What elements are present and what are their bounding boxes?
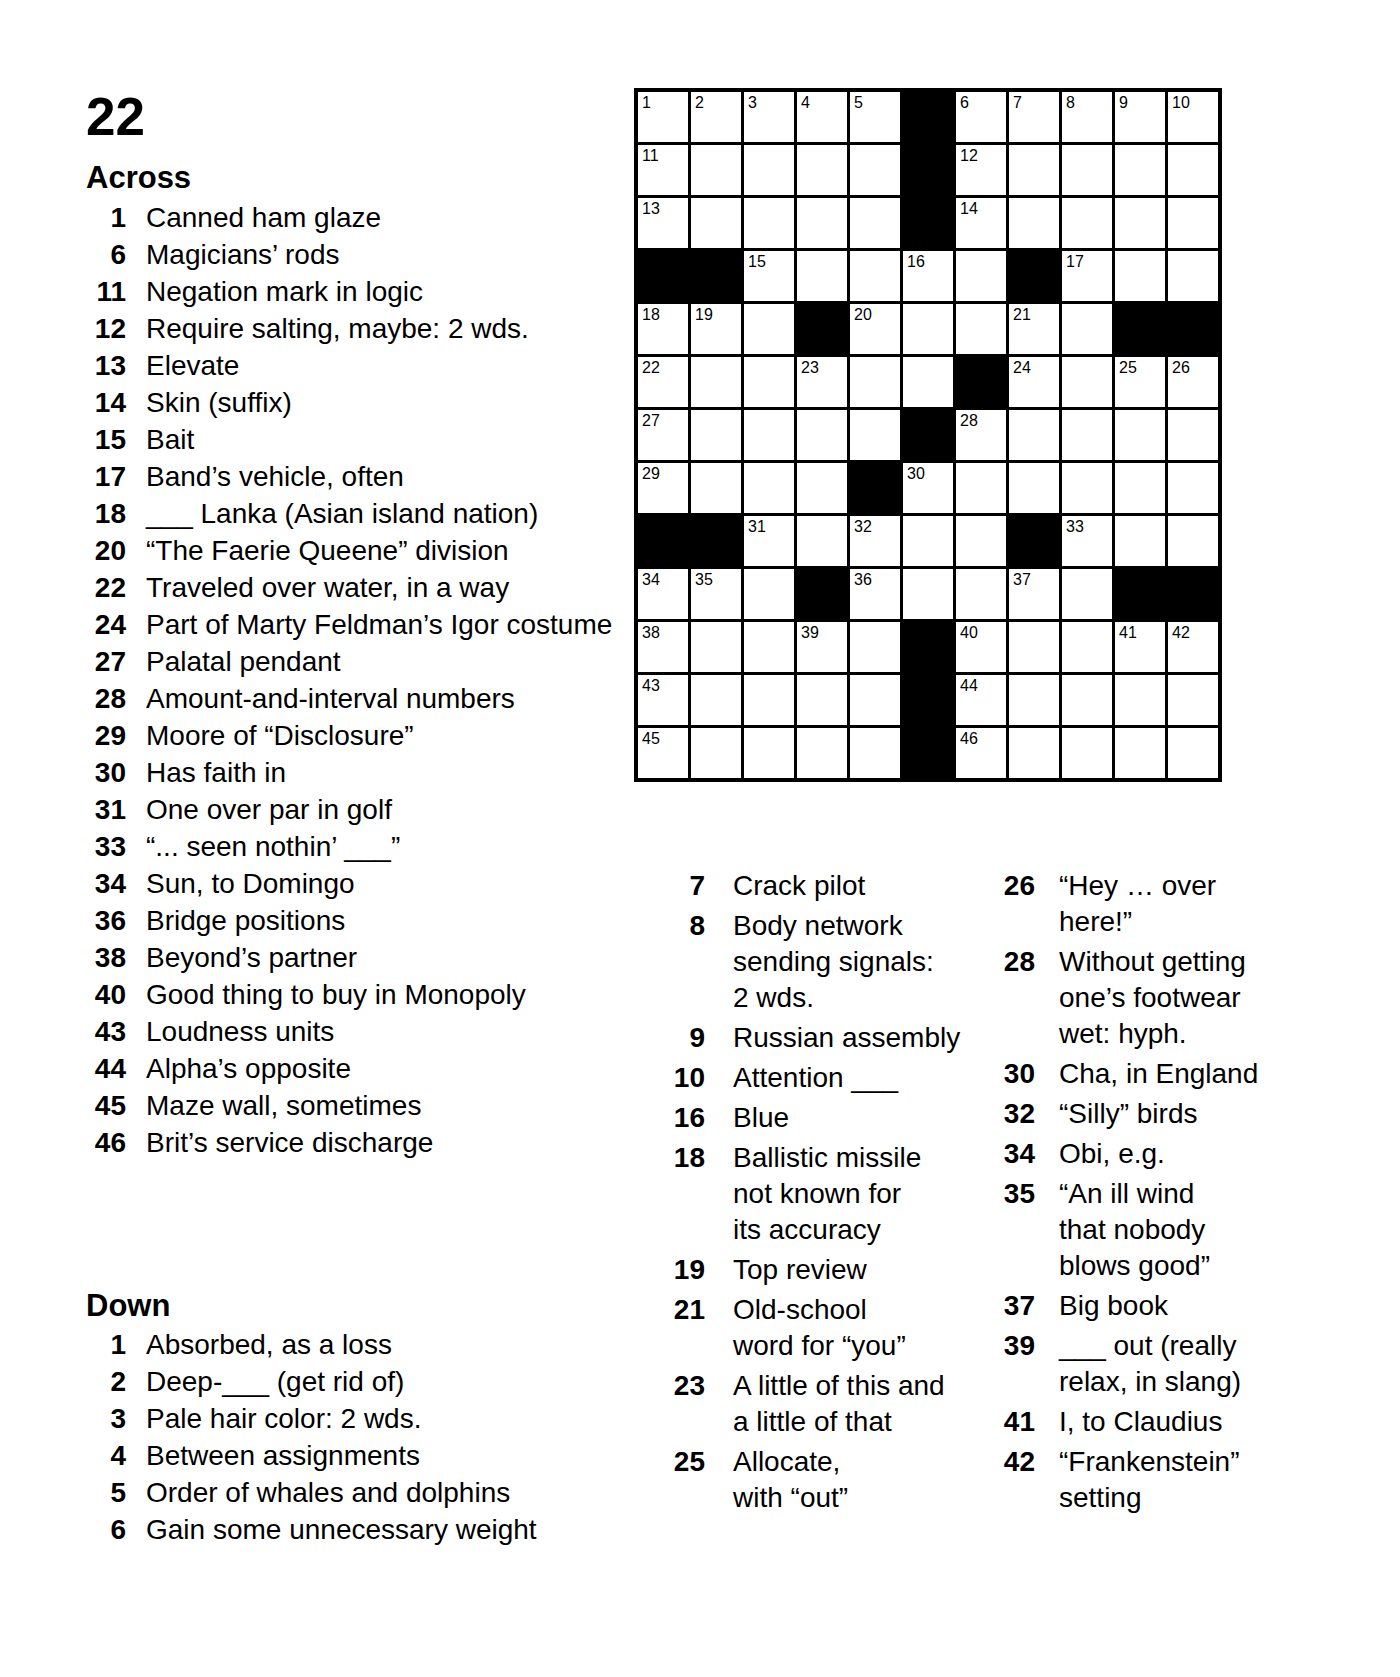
down-clue-18: 18Ballistic missile not known for its ac… xyxy=(655,1140,973,1248)
clue-number: 27 xyxy=(86,643,126,680)
clue-number: 46 xyxy=(86,1124,126,1161)
down-clue-25: 25Allocate, with “out” xyxy=(655,1444,973,1516)
letter-cell[interactable] xyxy=(691,463,741,513)
clue-text: Body network sending signals: 2 wds. xyxy=(733,908,973,1016)
clue-text: Maze wall, sometimes xyxy=(146,1087,421,1124)
cell-number: 2 xyxy=(695,94,704,112)
letter-cell[interactable] xyxy=(691,675,741,725)
clue-text: Big book xyxy=(1059,1288,1304,1324)
clue-text: One over par in golf xyxy=(146,791,392,828)
cell-number: 24 xyxy=(1013,359,1031,377)
cell-number: 45 xyxy=(642,730,660,748)
cell-number: 11 xyxy=(642,147,659,165)
letter-cell[interactable]: 23 xyxy=(797,357,847,407)
down-clue-9: 9Russian assembly xyxy=(655,1020,973,1056)
clue-text: Bait xyxy=(146,421,194,458)
letter-cell[interactable]: 8 xyxy=(1062,92,1112,142)
letter-cell[interactable] xyxy=(956,251,1006,301)
letter-cell[interactable] xyxy=(744,569,794,619)
clue-text: “An ill wind that nobody blows good” xyxy=(1059,1176,1304,1284)
letter-cell[interactable] xyxy=(1115,675,1165,725)
letter-cell[interactable] xyxy=(1062,357,1112,407)
letter-cell[interactable] xyxy=(744,304,794,354)
letter-cell[interactable]: 25 xyxy=(1115,357,1165,407)
cell-number: 6 xyxy=(960,94,969,112)
letter-cell[interactable]: 10 xyxy=(1168,92,1218,142)
letter-cell[interactable] xyxy=(1115,251,1165,301)
clue-number: 18 xyxy=(655,1140,705,1176)
letter-cell[interactable]: 38 xyxy=(638,622,688,672)
letter-cell[interactable] xyxy=(956,304,1006,354)
block-cell xyxy=(903,145,953,195)
across-header: Across xyxy=(86,160,191,196)
letter-cell[interactable]: 42 xyxy=(1168,622,1218,672)
clue-number: 30 xyxy=(973,1056,1035,1092)
clue-number: 11 xyxy=(86,273,126,310)
letter-cell[interactable] xyxy=(691,357,741,407)
clue-number: 41 xyxy=(973,1404,1035,1440)
block-cell xyxy=(1168,569,1218,619)
clue-number: 13 xyxy=(86,347,126,384)
clue-text: ___ Lanka (Asian island nation) xyxy=(146,495,538,532)
cell-number: 5 xyxy=(854,94,863,112)
letter-cell[interactable] xyxy=(1062,145,1112,195)
letter-cell[interactable] xyxy=(797,198,847,248)
letter-cell[interactable] xyxy=(1009,145,1059,195)
block-cell xyxy=(903,728,953,778)
clue-text: Blue xyxy=(733,1100,973,1136)
clue-number: 31 xyxy=(86,791,126,828)
clue-number: 4 xyxy=(86,1437,126,1474)
down-clue-list-right: 26“Hey … over here!”28Without getting on… xyxy=(973,868,1304,1520)
down-clue-23: 23A little of this and a little of that xyxy=(655,1368,973,1440)
across-clue-20: 20“The Faerie Queene” division xyxy=(86,532,634,569)
clue-text: Band’s vehicle, often xyxy=(146,458,404,495)
cell-number: 22 xyxy=(642,359,660,377)
cell-number: 35 xyxy=(695,571,713,589)
across-clue-11: 11Negation mark in logic xyxy=(86,273,634,310)
cell-number: 30 xyxy=(907,465,925,483)
clue-text: Order of whales and dolphins xyxy=(146,1474,510,1511)
clue-text: Elevate xyxy=(146,347,239,384)
cell-number: 23 xyxy=(801,359,819,377)
clue-text: A little of this and a little of that xyxy=(733,1368,973,1440)
clue-number: 21 xyxy=(655,1292,705,1328)
letter-cell[interactable] xyxy=(1168,463,1218,513)
letter-cell[interactable] xyxy=(850,410,900,460)
letter-cell[interactable] xyxy=(850,145,900,195)
across-clue-24: 24Part of Marty Feldman’s Igor costume xyxy=(86,606,634,643)
letter-cell[interactable]: 46 xyxy=(956,728,1006,778)
letter-cell[interactable] xyxy=(1062,463,1112,513)
down-clue-39: 39___ out (really relax, in slang) xyxy=(973,1328,1304,1400)
letter-cell[interactable] xyxy=(744,622,794,672)
across-clue-22: 22Traveled over water, in a way xyxy=(86,569,634,606)
letter-cell[interactable] xyxy=(744,145,794,195)
down-clue-list-left: 1Absorbed, as a loss2Deep-___ (get rid o… xyxy=(86,1326,634,1548)
clue-number: 43 xyxy=(86,1013,126,1050)
cell-number: 13 xyxy=(642,200,660,218)
letter-cell[interactable] xyxy=(691,410,741,460)
letter-cell[interactable]: 26 xyxy=(1168,357,1218,407)
cell-number: 44 xyxy=(960,677,978,695)
letter-cell[interactable]: 35 xyxy=(691,569,741,619)
clue-number: 24 xyxy=(86,606,126,643)
letter-cell[interactable] xyxy=(744,198,794,248)
across-clue-13: 13Elevate xyxy=(86,347,634,384)
letter-cell[interactable]: 37 xyxy=(1009,569,1059,619)
across-clue-6: 6Magicians’ rods xyxy=(86,236,634,273)
letter-cell[interactable] xyxy=(797,728,847,778)
clue-number: 2 xyxy=(86,1363,126,1400)
letter-cell[interactable] xyxy=(1115,516,1165,566)
across-clue-45: 45Maze wall, sometimes xyxy=(86,1087,634,1124)
down-clue-5: 5Order of whales and dolphins xyxy=(86,1474,634,1511)
down-clue-7: 7Crack pilot xyxy=(655,868,973,904)
clue-number: 15 xyxy=(86,421,126,458)
clue-text: I, to Claudius xyxy=(1059,1404,1304,1440)
across-clue-31: 31One over par in golf xyxy=(86,791,634,828)
letter-cell[interactable] xyxy=(797,251,847,301)
cell-number: 19 xyxy=(695,306,713,324)
letter-cell[interactable] xyxy=(1115,198,1165,248)
cell-number: 18 xyxy=(642,306,660,324)
letter-cell[interactable] xyxy=(1115,410,1165,460)
block-cell xyxy=(691,251,741,301)
letter-cell[interactable]: 21 xyxy=(1009,304,1059,354)
letter-cell[interactable]: 18 xyxy=(638,304,688,354)
clue-number: 3 xyxy=(86,1400,126,1437)
clue-number: 16 xyxy=(655,1100,705,1136)
letter-cell[interactable]: 32 xyxy=(850,516,900,566)
letter-cell[interactable]: 31 xyxy=(744,516,794,566)
letter-cell[interactable] xyxy=(1062,569,1112,619)
clue-number: 36 xyxy=(86,902,126,939)
letter-cell[interactable] xyxy=(744,675,794,725)
clue-text: “Frankenstein” setting xyxy=(1059,1444,1304,1516)
letter-cell[interactable]: 24 xyxy=(1009,357,1059,407)
clue-number: 44 xyxy=(86,1050,126,1087)
across-clue-38: 38Beyond’s partner xyxy=(86,939,634,976)
down-clue-37: 37Big book xyxy=(973,1288,1304,1324)
clue-number: 22 xyxy=(86,569,126,606)
letter-cell[interactable]: 15 xyxy=(744,251,794,301)
letter-cell[interactable] xyxy=(850,357,900,407)
letter-cell[interactable]: 3 xyxy=(744,92,794,142)
block-cell xyxy=(903,198,953,248)
across-clue-43: 43Loudness units xyxy=(86,1013,634,1050)
clue-number: 7 xyxy=(655,868,705,904)
letter-cell[interactable]: 43 xyxy=(638,675,688,725)
letter-cell[interactable]: 16 xyxy=(903,251,953,301)
letter-cell[interactable] xyxy=(1168,198,1218,248)
letter-cell[interactable]: 2 xyxy=(691,92,741,142)
letter-cell[interactable]: 36 xyxy=(850,569,900,619)
letter-cell[interactable]: 19 xyxy=(691,304,741,354)
cell-number: 40 xyxy=(960,624,978,642)
letter-cell[interactable]: 41 xyxy=(1115,622,1165,672)
cell-number: 3 xyxy=(748,94,757,112)
clue-text: Obi, e.g. xyxy=(1059,1136,1304,1172)
letter-cell[interactable] xyxy=(850,622,900,672)
cell-number: 14 xyxy=(960,200,978,218)
clue-text: Has faith in xyxy=(146,754,286,791)
cell-number: 39 xyxy=(801,624,819,642)
letter-cell[interactable]: 6 xyxy=(956,92,1006,142)
letter-cell[interactable] xyxy=(1168,516,1218,566)
clue-number: 10 xyxy=(655,1060,705,1096)
letter-cell[interactable] xyxy=(1168,675,1218,725)
cell-number: 41 xyxy=(1119,624,1137,642)
clue-text: “Silly” birds xyxy=(1059,1096,1304,1132)
letter-cell[interactable] xyxy=(797,145,847,195)
clue-number: 20 xyxy=(86,532,126,569)
across-clue-29: 29Moore of “Disclosure” xyxy=(86,717,634,754)
cell-number: 1 xyxy=(642,94,651,112)
letter-cell[interactable] xyxy=(1115,728,1165,778)
block-cell xyxy=(850,463,900,513)
cell-number: 33 xyxy=(1066,518,1084,536)
down-clue-4: 4Between assignments xyxy=(86,1437,634,1474)
block-cell xyxy=(638,251,688,301)
clue-number: 34 xyxy=(86,865,126,902)
clue-text: Pale hair color: 2 wds. xyxy=(146,1400,421,1437)
letter-cell[interactable]: 34 xyxy=(638,569,688,619)
clue-number: 5 xyxy=(86,1474,126,1511)
across-clue-46: 46Brit’s service discharge xyxy=(86,1124,634,1161)
letter-cell[interactable] xyxy=(956,569,1006,619)
letter-cell[interactable] xyxy=(1115,463,1165,513)
clue-text: Part of Marty Feldman’s Igor costume xyxy=(146,606,612,643)
letter-cell[interactable] xyxy=(744,463,794,513)
cell-number: 16 xyxy=(907,253,925,271)
down-clue-34: 34Obi, e.g. xyxy=(973,1136,1304,1172)
clue-text: ___ out (really relax, in slang) xyxy=(1059,1328,1304,1400)
letter-cell[interactable]: 17 xyxy=(1062,251,1112,301)
letter-cell[interactable] xyxy=(744,728,794,778)
letter-cell[interactable] xyxy=(956,463,1006,513)
block-cell xyxy=(797,569,847,619)
letter-cell[interactable]: 29 xyxy=(638,463,688,513)
letter-cell[interactable] xyxy=(850,251,900,301)
letter-cell[interactable]: 45 xyxy=(638,728,688,778)
letter-cell[interactable]: 33 xyxy=(1062,516,1112,566)
cell-number: 9 xyxy=(1119,94,1128,112)
letter-cell[interactable] xyxy=(744,410,794,460)
down-clue-28: 28Without getting one’s footwear wet: hy… xyxy=(973,944,1304,1052)
cell-number: 26 xyxy=(1172,359,1190,377)
letter-cell[interactable]: 44 xyxy=(956,675,1006,725)
clue-text: Attention ___ xyxy=(733,1060,973,1096)
letter-cell[interactable] xyxy=(1168,145,1218,195)
clue-text: Magicians’ rods xyxy=(146,236,339,273)
letter-cell[interactable]: 22 xyxy=(638,357,688,407)
letter-cell[interactable]: 30 xyxy=(903,463,953,513)
letter-cell[interactable] xyxy=(850,198,900,248)
down-clue-21: 21Old-school word for “you” xyxy=(655,1292,973,1364)
cell-number: 34 xyxy=(642,571,660,589)
letter-cell[interactable] xyxy=(797,516,847,566)
clue-text: “Hey … over here!” xyxy=(1059,868,1304,940)
letter-cell[interactable] xyxy=(797,410,847,460)
across-clue-33: 33“... seen nothin’ ___” xyxy=(86,828,634,865)
block-cell xyxy=(1115,569,1165,619)
down-clue-6: 6Gain some unnecessary weight xyxy=(86,1511,634,1548)
clue-number: 34 xyxy=(973,1136,1035,1172)
cell-number: 7 xyxy=(1013,94,1022,112)
down-clue-16: 16Blue xyxy=(655,1100,973,1136)
clue-number: 29 xyxy=(86,717,126,754)
letter-cell[interactable] xyxy=(1062,304,1112,354)
letter-cell[interactable]: 20 xyxy=(850,304,900,354)
clue-text: “... seen nothin’ ___” xyxy=(146,828,400,865)
letter-cell[interactable]: 11 xyxy=(638,145,688,195)
letter-cell[interactable]: 9 xyxy=(1115,92,1165,142)
letter-cell[interactable] xyxy=(1009,622,1059,672)
letter-cell[interactable] xyxy=(1062,622,1112,672)
letter-cell[interactable] xyxy=(1009,675,1059,725)
clue-text: Amount-and-interval numbers xyxy=(146,680,515,717)
clue-number: 28 xyxy=(973,944,1035,980)
cell-number: 38 xyxy=(642,624,660,642)
cell-number: 27 xyxy=(642,412,660,430)
letter-cell[interactable]: 39 xyxy=(797,622,847,672)
down-clue-35: 35“An ill wind that nobody blows good” xyxy=(973,1176,1304,1284)
clue-text: Negation mark in logic xyxy=(146,273,423,310)
cell-number: 36 xyxy=(854,571,872,589)
cell-number: 46 xyxy=(960,730,978,748)
letter-cell[interactable] xyxy=(1115,145,1165,195)
block-cell xyxy=(903,675,953,725)
cell-number: 17 xyxy=(1066,253,1084,271)
letter-cell[interactable] xyxy=(1009,198,1059,248)
letter-cell[interactable]: 12 xyxy=(956,145,1006,195)
clue-text: Sun, to Domingo xyxy=(146,865,355,902)
letter-cell[interactable] xyxy=(1062,675,1112,725)
clue-number: 30 xyxy=(86,754,126,791)
down-clue-10: 10Attention ___ xyxy=(655,1060,973,1096)
clue-text: Ballistic missile not known for its accu… xyxy=(733,1140,973,1248)
letter-cell[interactable]: 4 xyxy=(797,92,847,142)
letter-cell[interactable] xyxy=(691,198,741,248)
letter-cell[interactable] xyxy=(903,357,953,407)
cell-number: 25 xyxy=(1119,359,1137,377)
letter-cell[interactable]: 14 xyxy=(956,198,1006,248)
across-clue-list: 1Canned ham glaze6Magicians’ rods11Negat… xyxy=(86,199,634,1161)
clue-number: 35 xyxy=(973,1176,1035,1212)
crossword-grid: 1234567891011121314151617181920212223242… xyxy=(634,88,1222,782)
clue-text: Absorbed, as a loss xyxy=(146,1326,392,1363)
across-clue-28: 28Amount-and-interval numbers xyxy=(86,680,634,717)
cell-number: 42 xyxy=(1172,624,1190,642)
across-clue-40: 40Good thing to buy in Monopoly xyxy=(86,976,634,1013)
clue-text: Allocate, with “out” xyxy=(733,1444,973,1516)
letter-cell[interactable] xyxy=(1062,410,1112,460)
letter-cell[interactable] xyxy=(744,357,794,407)
letter-cell[interactable] xyxy=(1168,728,1218,778)
cell-number: 43 xyxy=(642,677,660,695)
across-clue-44: 44Alpha’s opposite xyxy=(86,1050,634,1087)
clue-number: 9 xyxy=(655,1020,705,1056)
clue-number: 33 xyxy=(86,828,126,865)
clue-number: 25 xyxy=(655,1444,705,1480)
down-clue-3: 3Pale hair color: 2 wds. xyxy=(86,1400,634,1437)
letter-cell[interactable] xyxy=(691,145,741,195)
letter-cell[interactable]: 13 xyxy=(638,198,688,248)
letter-cell[interactable] xyxy=(903,569,953,619)
letter-cell[interactable] xyxy=(691,622,741,672)
clue-text: Old-school word for “you” xyxy=(733,1292,973,1364)
clue-number: 37 xyxy=(973,1288,1035,1324)
clue-text: Brit’s service discharge xyxy=(146,1124,433,1161)
clue-number: 1 xyxy=(86,199,126,236)
letter-cell[interactable] xyxy=(1168,410,1218,460)
letter-cell[interactable] xyxy=(903,516,953,566)
letter-cell[interactable] xyxy=(1009,463,1059,513)
letter-cell[interactable]: 27 xyxy=(638,410,688,460)
clue-number: 42 xyxy=(973,1444,1035,1480)
letter-cell[interactable] xyxy=(797,675,847,725)
letter-cell[interactable] xyxy=(797,463,847,513)
clue-text: Moore of “Disclosure” xyxy=(146,717,414,754)
letter-cell[interactable] xyxy=(1009,728,1059,778)
clue-number: 19 xyxy=(655,1252,705,1288)
block-cell xyxy=(903,92,953,142)
letter-cell[interactable]: 28 xyxy=(956,410,1006,460)
clue-number: 18 xyxy=(86,495,126,532)
cell-number: 12 xyxy=(960,147,978,165)
letter-cell[interactable] xyxy=(850,728,900,778)
letter-cell[interactable] xyxy=(691,728,741,778)
cell-number: 15 xyxy=(748,253,766,271)
letter-cell[interactable] xyxy=(1062,728,1112,778)
letter-cell[interactable] xyxy=(850,675,900,725)
cell-number: 10 xyxy=(1172,94,1190,112)
clue-number: 23 xyxy=(655,1368,705,1404)
clue-text: Top review xyxy=(733,1252,973,1288)
letter-cell[interactable]: 5 xyxy=(850,92,900,142)
clue-text: “The Faerie Queene” division xyxy=(146,532,509,569)
letter-cell[interactable] xyxy=(903,304,953,354)
clue-number: 6 xyxy=(86,1511,126,1548)
letter-cell[interactable]: 1 xyxy=(638,92,688,142)
clue-number: 40 xyxy=(86,976,126,1013)
letter-cell[interactable] xyxy=(1009,410,1059,460)
cell-number: 37 xyxy=(1013,571,1031,589)
across-clue-15: 15Bait xyxy=(86,421,634,458)
clue-text: Without getting one’s footwear wet: hyph… xyxy=(1059,944,1304,1052)
letter-cell[interactable]: 40 xyxy=(956,622,1006,672)
block-cell xyxy=(797,304,847,354)
letter-cell[interactable] xyxy=(1062,198,1112,248)
down-clue-19: 19Top review xyxy=(655,1252,973,1288)
down-clue-42: 42“Frankenstein” setting xyxy=(973,1444,1304,1516)
letter-cell[interactable]: 7 xyxy=(1009,92,1059,142)
clue-text: Good thing to buy in Monopoly xyxy=(146,976,526,1013)
clue-text: Gain some unnecessary weight xyxy=(146,1511,537,1548)
letter-cell[interactable] xyxy=(1168,251,1218,301)
across-clue-14: 14Skin (suffix) xyxy=(86,384,634,421)
letter-cell[interactable] xyxy=(956,516,1006,566)
down-header: Down xyxy=(86,1288,170,1324)
across-clue-30: 30Has faith in xyxy=(86,754,634,791)
clue-text: Loudness units xyxy=(146,1013,334,1050)
clue-text: Require salting, maybe: 2 wds. xyxy=(146,310,529,347)
down-clue-1: 1Absorbed, as a loss xyxy=(86,1326,634,1363)
clue-text: Bridge positions xyxy=(146,902,345,939)
down-clue-list-middle: 7Crack pilot8Body network sending signal… xyxy=(655,868,973,1520)
clue-number: 8 xyxy=(655,908,705,944)
